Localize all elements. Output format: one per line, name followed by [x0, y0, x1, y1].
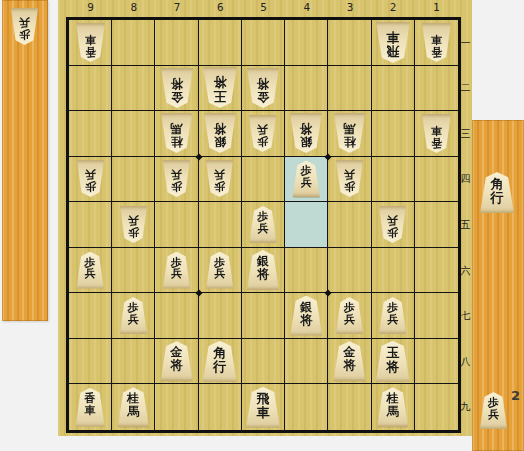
square-29[interactable]: 桂馬 — [372, 384, 415, 430]
square-23[interactable] — [372, 111, 415, 157]
square-53[interactable]: 歩兵 — [242, 111, 285, 157]
square-24[interactable] — [372, 157, 415, 203]
square-59[interactable]: 飛車 — [242, 384, 285, 430]
piece-gyokusho-sente[interactable]: 玉将 — [375, 341, 411, 382]
shogi-app: 歩兵 987654321 一二三四五六七八九 香車飛車香車金将王将金将桂馬銀将歩… — [0, 0, 524, 451]
square-27[interactable]: 歩兵 — [372, 293, 415, 339]
square-35[interactable] — [328, 202, 371, 248]
piece-fu-gote[interactable]: 歩兵 — [162, 160, 191, 197]
square-61[interactable] — [199, 20, 242, 66]
square-85[interactable]: 歩兵 — [112, 202, 155, 248]
file-label-2: 2 — [372, 0, 415, 16]
square-54[interactable] — [242, 157, 285, 203]
square-81[interactable] — [112, 20, 155, 66]
piece-fu-sente[interactable]: 歩兵 — [292, 160, 321, 197]
square-44[interactable]: 歩兵 — [285, 157, 328, 203]
file-label-7: 7 — [155, 0, 198, 16]
square-38[interactable]: 金将 — [328, 339, 371, 385]
square-72[interactable]: 金将 — [155, 66, 198, 112]
square-48[interactable] — [285, 339, 328, 385]
square-92[interactable] — [69, 66, 112, 112]
piece-ginsho-sente[interactable]: 銀将 — [289, 296, 323, 336]
square-45[interactable] — [285, 202, 328, 248]
file-label-8: 8 — [112, 0, 155, 16]
square-19[interactable] — [415, 384, 458, 430]
board-area: 987654321 一二三四五六七八九 香車飛車香車金将王将金将桂馬銀将歩兵銀将… — [58, 0, 472, 436]
square-15[interactable] — [415, 202, 458, 248]
square-41[interactable] — [285, 20, 328, 66]
square-62[interactable]: 王将 — [199, 66, 242, 112]
square-88[interactable] — [112, 339, 155, 385]
piece-fu-sente[interactable]: 歩兵 — [248, 206, 277, 243]
square-37[interactable]: 歩兵 — [328, 293, 371, 339]
square-21[interactable]: 飛車 — [372, 20, 415, 66]
square-36[interactable] — [328, 248, 371, 294]
piece-keima-gote[interactable]: 桂馬 — [160, 113, 193, 153]
piece-hisha-gote[interactable]: 飛車 — [375, 22, 411, 63]
square-98[interactable] — [69, 339, 112, 385]
piece-kyosha-gote[interactable]: 香車 — [421, 23, 452, 62]
piece-kakugyo-sente[interactable]: 角行 — [202, 341, 238, 382]
square-32[interactable] — [328, 66, 371, 112]
square-16[interactable] — [415, 248, 458, 294]
square-84[interactable] — [112, 157, 155, 203]
square-13[interactable]: 香車 — [415, 111, 458, 157]
square-63[interactable]: 銀将 — [199, 111, 242, 157]
piece-fu-gote[interactable]: 歩兵 — [205, 160, 234, 197]
piece-fu-sente[interactable]: 歩兵 — [479, 392, 508, 429]
file-labels: 987654321 — [69, 0, 458, 16]
square-51[interactable] — [242, 20, 285, 66]
square-14[interactable] — [415, 157, 458, 203]
piece-fu-sente[interactable]: 歩兵 — [378, 297, 407, 334]
square-74[interactable]: 歩兵 — [155, 157, 198, 203]
square-65[interactable] — [199, 202, 242, 248]
piece-ginsho-sente[interactable]: 銀将 — [246, 250, 280, 290]
piece-keima-sente[interactable]: 桂馬 — [376, 387, 409, 427]
piece-hisha-sente[interactable]: 飛車 — [245, 387, 281, 428]
square-57[interactable] — [242, 293, 285, 339]
square-43[interactable]: 銀将 — [285, 111, 328, 157]
square-26[interactable] — [372, 248, 415, 294]
piece-kyosha-gote[interactable]: 香車 — [421, 114, 452, 153]
square-33[interactable]: 桂馬 — [328, 111, 371, 157]
square-56[interactable]: 銀将 — [242, 248, 285, 294]
square-82[interactable] — [112, 66, 155, 112]
square-42[interactable] — [285, 66, 328, 112]
square-25[interactable]: 歩兵 — [372, 202, 415, 248]
piece-ginsho-gote[interactable]: 銀将 — [289, 113, 323, 153]
file-label-9: 9 — [69, 0, 112, 16]
square-68[interactable]: 角行 — [199, 339, 242, 385]
square-49[interactable] — [285, 384, 328, 430]
square-94[interactable]: 歩兵 — [69, 157, 112, 203]
file-label-1: 1 — [415, 0, 458, 16]
square-34[interactable]: 歩兵 — [328, 157, 371, 203]
square-73[interactable]: 桂馬 — [155, 111, 198, 157]
piece-keima-sente[interactable]: 桂馬 — [117, 387, 150, 427]
file-label-4: 4 — [285, 0, 328, 16]
piece-kyosha-sente[interactable]: 香車 — [75, 388, 106, 427]
piece-kyosha-gote[interactable]: 香車 — [75, 23, 106, 62]
square-95[interactable] — [69, 202, 112, 248]
piece-fu-sente[interactable]: 歩兵 — [162, 252, 191, 289]
piece-fu-gote[interactable]: 歩兵 — [10, 8, 39, 45]
square-71[interactable] — [155, 20, 198, 66]
piece-fu-gote[interactable]: 歩兵 — [76, 160, 105, 197]
file-label-5: 5 — [242, 0, 285, 16]
square-64[interactable]: 歩兵 — [199, 157, 242, 203]
square-12[interactable] — [415, 66, 458, 112]
square-87[interactable]: 歩兵 — [112, 293, 155, 339]
piece-kinsho-sente[interactable]: 金将 — [332, 341, 366, 381]
file-label-3: 3 — [328, 0, 371, 16]
square-66[interactable]: 歩兵 — [199, 248, 242, 294]
square-79[interactable] — [155, 384, 198, 430]
piece-fu-sente[interactable]: 歩兵 — [205, 252, 234, 289]
square-77[interactable] — [155, 293, 198, 339]
piece-fu-gote[interactable]: 歩兵 — [119, 206, 148, 243]
piece-kinsho-gote[interactable]: 金将 — [246, 68, 280, 108]
square-58[interactable] — [242, 339, 285, 385]
piece-osho-gote[interactable]: 王将 — [202, 67, 238, 108]
square-78[interactable]: 金将 — [155, 339, 198, 385]
hand-count-fu: 2 — [511, 388, 520, 403]
gote-hand-tray: 歩兵 — [2, 0, 48, 321]
square-93[interactable] — [69, 111, 112, 157]
sente-hand-tray: 角行歩兵2 — [472, 120, 524, 451]
square-46[interactable] — [285, 248, 328, 294]
square-86[interactable] — [112, 248, 155, 294]
square-22[interactable] — [372, 66, 415, 112]
square-47[interactable]: 銀将 — [285, 293, 328, 339]
square-69[interactable] — [199, 384, 242, 430]
square-17[interactable] — [415, 293, 458, 339]
square-39[interactable] — [328, 384, 371, 430]
piece-fu-gote[interactable]: 歩兵 — [378, 206, 407, 243]
square-28[interactable]: 玉将 — [372, 339, 415, 385]
square-11[interactable]: 香車 — [415, 20, 458, 66]
square-67[interactable] — [199, 293, 242, 339]
piece-fu-sente[interactable]: 歩兵 — [76, 252, 105, 289]
piece-kinsho-gote[interactable]: 金将 — [160, 68, 194, 108]
piece-fu-sente[interactable]: 歩兵 — [119, 297, 148, 334]
square-76[interactable]: 歩兵 — [155, 248, 198, 294]
file-label-6: 6 — [199, 0, 242, 16]
square-97[interactable] — [69, 293, 112, 339]
shogi-board: 香車飛車香車金将王将金将桂馬銀将歩兵銀将桂馬香車歩兵歩兵歩兵歩兵歩兵歩兵歩兵歩兵… — [66, 17, 461, 433]
square-75[interactable] — [155, 202, 198, 248]
piece-keima-gote[interactable]: 桂馬 — [333, 113, 366, 153]
square-31[interactable] — [328, 20, 371, 66]
square-83[interactable] — [112, 111, 155, 157]
square-99[interactable]: 香車 — [69, 384, 112, 430]
piece-fu-gote[interactable]: 歩兵 — [335, 160, 364, 197]
piece-fu-gote[interactable]: 歩兵 — [248, 115, 277, 152]
square-89[interactable]: 桂馬 — [112, 384, 155, 430]
square-55[interactable]: 歩兵 — [242, 202, 285, 248]
piece-kakugyo-sente[interactable]: 角行 — [479, 172, 515, 213]
piece-kinsho-sente[interactable]: 金将 — [160, 341, 194, 381]
piece-ginsho-gote[interactable]: 銀将 — [203, 113, 237, 153]
square-91[interactable]: 香車 — [69, 20, 112, 66]
square-18[interactable] — [415, 339, 458, 385]
piece-fu-sente[interactable]: 歩兵 — [335, 297, 364, 334]
square-96[interactable]: 歩兵 — [69, 248, 112, 294]
square-52[interactable]: 金将 — [242, 66, 285, 112]
